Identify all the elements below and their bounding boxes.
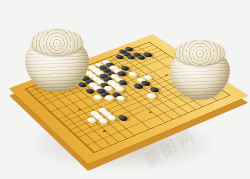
star-point xyxy=(98,73,101,75)
white-stone xyxy=(113,76,125,83)
black-stone xyxy=(114,54,125,60)
star-point xyxy=(122,91,125,93)
black-stone xyxy=(139,80,151,87)
stone-bowl-left xyxy=(25,29,89,95)
black-stone xyxy=(131,52,142,58)
black-stone xyxy=(99,82,111,89)
white-stone xyxy=(97,107,109,115)
star-point xyxy=(149,111,152,113)
black-stone xyxy=(148,86,160,93)
black-stone xyxy=(117,49,128,55)
white-stone xyxy=(115,95,127,102)
photo-scene: 新图网 xyxy=(0,0,250,179)
white-stone xyxy=(127,71,139,78)
white-stone xyxy=(112,68,124,74)
black-stone xyxy=(99,91,111,98)
white-stone xyxy=(90,67,101,73)
black-stone xyxy=(117,79,129,86)
black-stone xyxy=(119,65,131,71)
white-stone xyxy=(145,92,158,99)
star-point xyxy=(140,57,143,59)
black-stone xyxy=(98,73,110,80)
white-stone xyxy=(106,79,118,86)
white-stone xyxy=(109,73,121,80)
white-stone xyxy=(142,74,154,81)
white-stone xyxy=(103,85,115,92)
black-stone xyxy=(135,54,147,60)
white-stone xyxy=(91,76,103,83)
black-stone xyxy=(95,88,107,95)
black-stone xyxy=(102,76,114,83)
black-stone xyxy=(105,70,117,77)
stone-bowl-right xyxy=(170,40,230,102)
black-stone xyxy=(97,65,108,71)
black-stone xyxy=(142,52,154,58)
white-stone xyxy=(114,85,126,92)
black-stone xyxy=(101,67,113,73)
white-stone xyxy=(92,94,104,101)
white-stone xyxy=(95,79,107,86)
star-point xyxy=(78,109,81,111)
bowl-right-lid xyxy=(175,40,225,65)
white-stone xyxy=(103,94,115,101)
black-stone xyxy=(111,91,123,98)
white-stone xyxy=(94,70,106,77)
white-stone xyxy=(100,59,111,65)
white-stone xyxy=(88,82,100,89)
bowl-left-lid xyxy=(31,29,83,55)
black-stone xyxy=(104,62,115,68)
white-stone xyxy=(91,85,103,92)
black-stone xyxy=(132,83,144,90)
white-stone xyxy=(110,82,122,89)
white-stone xyxy=(108,65,120,71)
star-point xyxy=(165,74,168,76)
black-stone xyxy=(116,71,128,78)
black-stone xyxy=(125,54,136,60)
white-stone xyxy=(94,62,105,68)
black-stone xyxy=(124,46,135,52)
white-stone xyxy=(135,77,147,84)
black-stone xyxy=(121,51,132,57)
